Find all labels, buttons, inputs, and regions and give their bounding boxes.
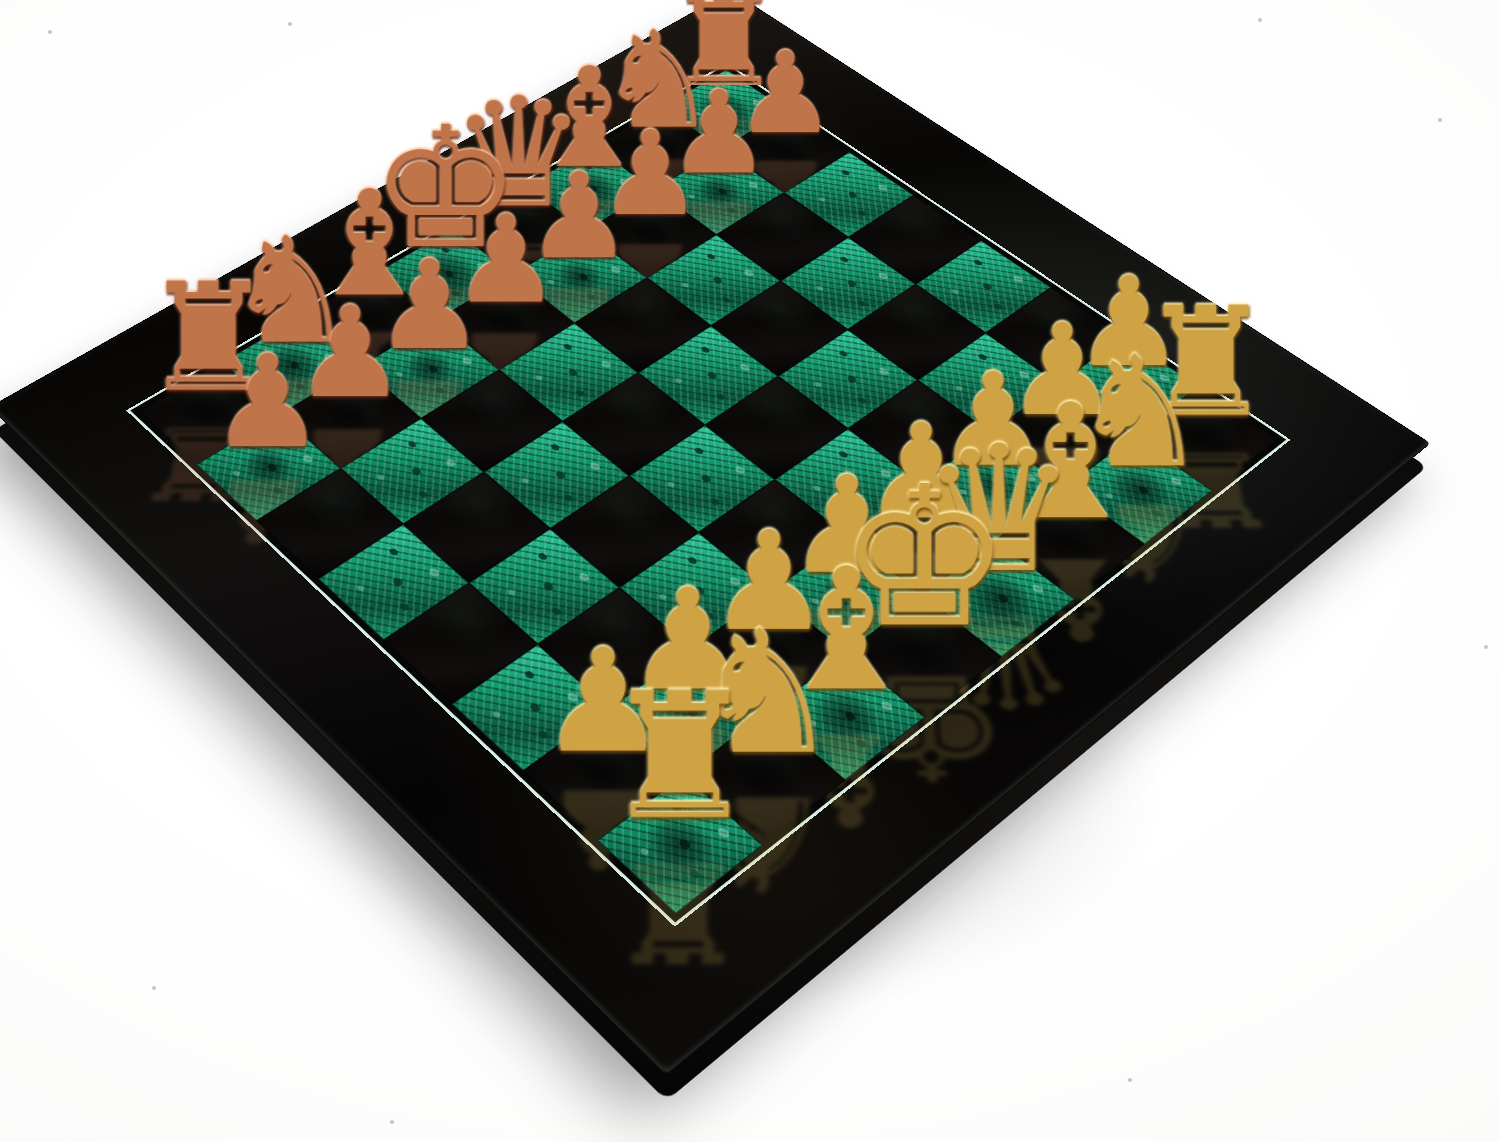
piece-reflection: ♝ — [752, 715, 950, 842]
piece-base-shadow — [549, 729, 657, 819]
piece-base-shadow — [717, 610, 821, 692]
piece-base-shadow — [154, 372, 265, 454]
product-photo-canvas: ♜♜♟♟♟♟♜♜♞♞♟♟♟♟♞♞♝♝♟♟♟♟♝♝♛♛♟♟♟♟♛♛♚♚♟♟♟♟♚♚… — [0, 0, 1500, 1142]
rook-icon: ♜ — [142, 263, 276, 412]
piece-base-shadow — [944, 449, 1043, 522]
square-a2: ♟♟ — [1058, 336, 1199, 436]
piece-base-shadow — [303, 382, 397, 451]
piece-base-shadow — [871, 501, 972, 577]
board-scene: ♜♜♟♟♟♟♜♜♞♞♟♟♟♟♞♞♝♝♟♟♟♟♝♝♛♛♟♟♟♟♛♛♚♚♟♟♟♟♚♚… — [195, 0, 1215, 935]
piece-base-shadow — [535, 245, 625, 307]
piece-base-shadow — [635, 668, 741, 754]
board-playfield: ♜♜♟♟♟♟♜♜♞♞♟♟♟♟♞♞♝♝♟♟♟♟♝♝♛♛♟♟♟♟♛♛♚♚♟♟♟♟♚♚… — [126, 62, 1290, 926]
piece-base-shadow — [606, 203, 694, 263]
piece-base-shadow — [742, 123, 828, 179]
piece-base-shadow — [676, 162, 763, 220]
piece-base-shadow — [1014, 399, 1111, 469]
piece-base-shadow — [796, 554, 898, 633]
square-c3 — [848, 380, 991, 483]
